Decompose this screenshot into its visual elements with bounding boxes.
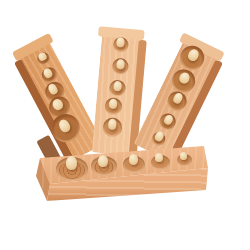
front-cylinder-recess-1 bbox=[56, 157, 88, 181]
center-cylinder-recess-3 bbox=[109, 79, 126, 96]
front-cylinder-knob-3 bbox=[129, 154, 138, 165]
center-cylinder-recess-5 bbox=[102, 116, 123, 137]
right-cylinder-block bbox=[133, 40, 218, 161]
center-cylinder-block bbox=[92, 33, 140, 156]
center-cylinder-recess-4 bbox=[104, 97, 122, 115]
front-cylinder-recess-5 bbox=[177, 154, 192, 166]
center-cylinder-recess-1 bbox=[112, 36, 128, 52]
right-cylinder-recess-5 bbox=[150, 129, 167, 146]
right-cylinder-recess-4 bbox=[157, 111, 178, 132]
left-cylinder-recess-1 bbox=[35, 50, 51, 66]
front-cylinder-knob-1 bbox=[66, 156, 77, 169]
front-cylinder-recess-2 bbox=[91, 156, 117, 176]
front-cylinder-knob-2 bbox=[98, 155, 108, 167]
center-cylinder-recess-2 bbox=[112, 58, 129, 75]
product-photo bbox=[0, 0, 250, 250]
front-cylinder-recess-4 bbox=[151, 155, 170, 170]
front-cylinder-knob-5 bbox=[180, 152, 187, 160]
left-cylinder-block bbox=[18, 40, 103, 160]
front-cylinder-recess-3 bbox=[123, 156, 145, 173]
